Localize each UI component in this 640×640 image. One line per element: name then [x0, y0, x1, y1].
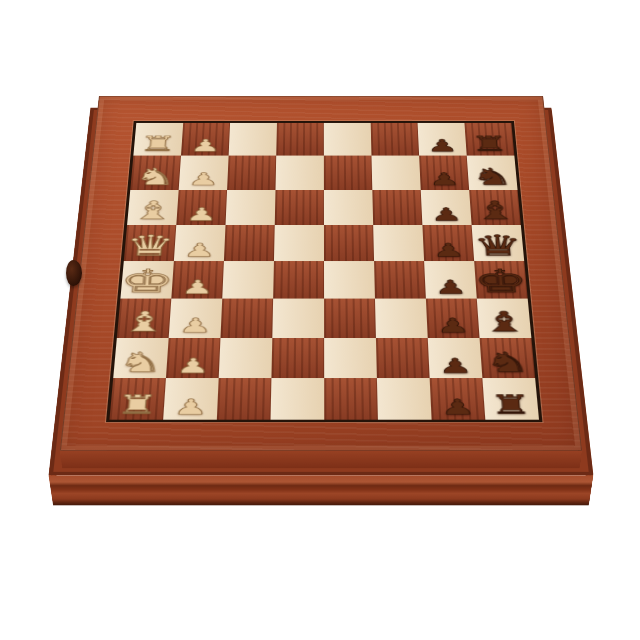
square[interactable]: ♟	[419, 156, 469, 190]
square[interactable]: ♟	[179, 156, 229, 190]
board-frame: ♜♟♟♜♞♟♟♞♝♟♟♝♛♟♟♛♚♟♟♚♝♟♟♝♞♟♟♞♜♟♟♜	[60, 96, 582, 451]
square[interactable]	[324, 299, 376, 338]
square[interactable]: ♟	[166, 338, 221, 378]
square[interactable]: ♟	[422, 225, 474, 261]
piece-black-bishop[interactable]: ♝	[472, 199, 518, 223]
square[interactable]: ♟	[176, 190, 227, 225]
square[interactable]: ♝	[117, 299, 171, 338]
square[interactable]: ♟	[426, 299, 480, 338]
square[interactable]	[376, 338, 430, 378]
piece-white-pawn[interactable]: ♟	[180, 278, 214, 296]
chess-box: ♜♟♟♜♞♟♟♞♝♟♟♝♛♟♟♛♚♟♟♚♝♟♟♝♞♟♟♞♜♟♟♜	[60, 96, 582, 451]
square[interactable]: ♟	[428, 338, 483, 378]
square[interactable]: ♛	[124, 225, 177, 261]
square[interactable]: ♚	[474, 261, 528, 299]
piece-black-pawn[interactable]: ♟	[436, 317, 470, 336]
square[interactable]: ♟	[171, 261, 224, 299]
square[interactable]: ♟	[174, 225, 226, 261]
piece-black-pawn[interactable]: ♟	[440, 397, 476, 417]
square[interactable]	[226, 190, 276, 225]
piece-black-rook[interactable]: ♜	[470, 134, 509, 153]
square[interactable]: ♝	[127, 190, 179, 225]
square[interactable]: ♞	[113, 338, 168, 378]
box-molding-front	[49, 475, 594, 505]
piece-white-pawn[interactable]: ♟	[185, 206, 218, 223]
square[interactable]: ♜	[109, 378, 166, 420]
square[interactable]: ♞	[467, 156, 518, 190]
square[interactable]	[272, 299, 324, 338]
piece-white-bishop[interactable]: ♝	[120, 309, 168, 335]
square[interactable]	[373, 225, 424, 261]
piece-white-bishop[interactable]: ♝	[130, 199, 176, 223]
square[interactable]	[275, 156, 323, 190]
piece-white-knight[interactable]: ♞	[117, 350, 164, 376]
square[interactable]	[224, 225, 275, 261]
piece-white-pawn[interactable]: ♟	[187, 171, 219, 187]
square[interactable]	[372, 190, 422, 225]
piece-black-pawn[interactable]: ♟	[432, 241, 465, 259]
square[interactable]	[324, 338, 377, 378]
piece-white-rook[interactable]: ♜	[115, 393, 159, 418]
box-lid-front	[60, 451, 582, 469]
piece-white-rook[interactable]: ♜	[139, 134, 178, 153]
piece-white-pawn[interactable]: ♟	[190, 138, 221, 154]
piece-white-pawn[interactable]: ♟	[175, 356, 210, 375]
square[interactable]	[271, 378, 325, 420]
piece-black-knight[interactable]: ♞	[484, 350, 531, 376]
square[interactable]: ♟	[181, 123, 230, 156]
square[interactable]	[374, 261, 426, 299]
square[interactable]	[273, 261, 324, 299]
square[interactable]	[276, 123, 324, 156]
square[interactable]: ♞	[480, 338, 536, 378]
piece-black-pawn[interactable]: ♟	[430, 206, 463, 223]
square[interactable]	[324, 378, 378, 420]
square[interactable]: ♟	[169, 299, 223, 338]
square[interactable]	[271, 338, 324, 378]
square[interactable]	[324, 156, 372, 190]
product-photo-scene: ♜♟♟♜♞♟♟♞♝♟♟♝♛♟♟♛♚♟♟♚♝♟♟♝♞♟♟♞♜♟♟♜	[0, 0, 640, 640]
square[interactable]: ♟	[418, 123, 467, 156]
square[interactable]: ♟	[424, 261, 477, 299]
square[interactable]	[220, 299, 273, 338]
box-lid: ♜♟♟♜♞♟♟♞♝♟♟♝♛♟♟♛♚♟♟♚♝♟♟♝♞♟♟♞♜♟♟♜	[60, 96, 582, 451]
piece-white-pawn[interactable]: ♟	[178, 317, 212, 336]
piece-black-pawn[interactable]: ♟	[427, 138, 459, 154]
piece-black-king[interactable]: ♚	[473, 266, 530, 296]
square[interactable]: ♟	[163, 378, 219, 420]
piece-black-pawn[interactable]: ♟	[434, 278, 468, 296]
square[interactable]	[324, 123, 372, 156]
square[interactable]: ♞	[130, 156, 181, 190]
square[interactable]: ♟	[430, 378, 486, 420]
square[interactable]	[324, 190, 373, 225]
square[interactable]: ♚	[120, 261, 173, 299]
square[interactable]	[222, 261, 274, 299]
piece-black-bishop[interactable]: ♝	[480, 309, 528, 335]
square[interactable]	[324, 225, 374, 261]
square[interactable]	[371, 156, 420, 190]
square[interactable]	[229, 123, 277, 156]
piece-white-queen[interactable]: ♛	[124, 232, 176, 259]
square[interactable]	[377, 378, 432, 420]
piece-black-pawn[interactable]: ♟	[428, 171, 460, 187]
square[interactable]: ♝	[477, 299, 532, 338]
piece-black-queen[interactable]: ♛	[472, 232, 524, 259]
piece-black-pawn[interactable]: ♟	[438, 356, 473, 375]
piece-black-rook[interactable]: ♜	[489, 393, 533, 418]
square[interactable]: ♛	[472, 225, 525, 261]
square[interactable]: ♜	[133, 123, 183, 156]
piece-white-knight[interactable]: ♞	[134, 166, 177, 188]
piece-white-pawn[interactable]: ♟	[173, 397, 209, 417]
square[interactable]: ♜	[464, 123, 514, 156]
square[interactable]	[324, 261, 375, 299]
square[interactable]	[371, 123, 419, 156]
square[interactable]	[275, 190, 324, 225]
square[interactable]	[375, 299, 428, 338]
square[interactable]	[217, 378, 272, 420]
square[interactable]	[219, 338, 273, 378]
piece-white-pawn[interactable]: ♟	[183, 241, 216, 259]
square[interactable]: ♟	[421, 190, 472, 225]
square[interactable]: ♜	[482, 378, 539, 420]
chess-board: ♜♟♟♜♞♟♟♞♝♟♟♝♛♟♟♛♚♟♟♚♝♟♟♝♞♟♟♞♜♟♟♜	[106, 121, 542, 422]
square[interactable]: ♝	[469, 190, 521, 225]
square[interactable]	[274, 225, 324, 261]
square[interactable]	[227, 156, 276, 190]
piece-white-king[interactable]: ♚	[119, 266, 176, 296]
piece-black-knight[interactable]: ♞	[471, 166, 514, 188]
